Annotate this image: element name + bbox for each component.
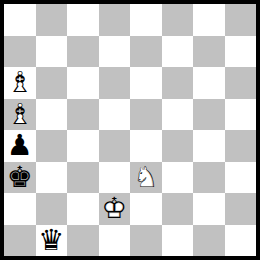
square-c3[interactable] bbox=[67, 162, 99, 194]
square-g8[interactable] bbox=[193, 4, 225, 36]
square-b8[interactable] bbox=[36, 4, 68, 36]
square-f3[interactable] bbox=[162, 162, 194, 194]
square-c5[interactable] bbox=[67, 99, 99, 131]
white-bishop-icon: ♝♗ bbox=[4, 99, 36, 131]
square-d8[interactable] bbox=[99, 4, 131, 36]
square-f6[interactable] bbox=[162, 67, 194, 99]
square-e4[interactable] bbox=[130, 130, 162, 162]
square-h5[interactable] bbox=[225, 99, 257, 131]
square-b6[interactable] bbox=[36, 67, 68, 99]
square-b3[interactable] bbox=[36, 162, 68, 194]
square-g6[interactable] bbox=[193, 67, 225, 99]
square-d1[interactable] bbox=[99, 225, 131, 257]
square-f4[interactable] bbox=[162, 130, 194, 162]
square-e2[interactable] bbox=[130, 193, 162, 225]
square-g1[interactable] bbox=[193, 225, 225, 257]
square-c8[interactable] bbox=[67, 4, 99, 36]
square-a4[interactable]: ♟ bbox=[4, 130, 36, 162]
square-c6[interactable] bbox=[67, 67, 99, 99]
square-g5[interactable] bbox=[193, 99, 225, 131]
square-d7[interactable] bbox=[99, 36, 131, 68]
square-a8[interactable] bbox=[4, 4, 36, 36]
white-bishop-icon: ♝♗ bbox=[4, 67, 36, 99]
square-b2[interactable] bbox=[36, 193, 68, 225]
square-d4[interactable] bbox=[99, 130, 131, 162]
square-h7[interactable] bbox=[225, 36, 257, 68]
square-b7[interactable] bbox=[36, 36, 68, 68]
square-h1[interactable] bbox=[225, 225, 257, 257]
square-e6[interactable] bbox=[130, 67, 162, 99]
square-a1[interactable] bbox=[4, 225, 36, 257]
square-a7[interactable] bbox=[4, 36, 36, 68]
square-c4[interactable] bbox=[67, 130, 99, 162]
square-g7[interactable] bbox=[193, 36, 225, 68]
square-f2[interactable] bbox=[162, 193, 194, 225]
square-a2[interactable] bbox=[4, 193, 36, 225]
square-g3[interactable] bbox=[193, 162, 225, 194]
square-b4[interactable] bbox=[36, 130, 68, 162]
square-e7[interactable] bbox=[130, 36, 162, 68]
black-king-icon: ♚ bbox=[4, 162, 36, 194]
square-b1[interactable]: ♛ bbox=[36, 225, 68, 257]
square-a6[interactable]: ♝♗ bbox=[4, 67, 36, 99]
square-d5[interactable] bbox=[99, 99, 131, 131]
square-d6[interactable] bbox=[99, 67, 131, 99]
board-frame: ♝♗♝♗♟♚♞♘♚♔♛ bbox=[0, 0, 260, 260]
square-h2[interactable] bbox=[225, 193, 257, 225]
square-h6[interactable] bbox=[225, 67, 257, 99]
white-knight-icon: ♞♘ bbox=[130, 162, 162, 194]
square-e1[interactable] bbox=[130, 225, 162, 257]
square-c1[interactable] bbox=[67, 225, 99, 257]
square-f5[interactable] bbox=[162, 99, 194, 131]
square-b5[interactable] bbox=[36, 99, 68, 131]
square-d2[interactable]: ♚♔ bbox=[99, 193, 131, 225]
square-f7[interactable] bbox=[162, 36, 194, 68]
white-king-icon: ♚♔ bbox=[99, 193, 131, 225]
square-a3[interactable]: ♚ bbox=[4, 162, 36, 194]
square-h8[interactable] bbox=[225, 4, 257, 36]
square-c2[interactable] bbox=[67, 193, 99, 225]
square-e8[interactable] bbox=[130, 4, 162, 36]
square-g2[interactable] bbox=[193, 193, 225, 225]
black-pawn-icon: ♟ bbox=[4, 130, 36, 162]
square-c7[interactable] bbox=[67, 36, 99, 68]
square-h4[interactable] bbox=[225, 130, 257, 162]
square-d3[interactable] bbox=[99, 162, 131, 194]
square-h3[interactable] bbox=[225, 162, 257, 194]
black-queen-icon: ♛ bbox=[36, 225, 68, 257]
square-e3[interactable]: ♞♘ bbox=[130, 162, 162, 194]
square-f8[interactable] bbox=[162, 4, 194, 36]
square-e5[interactable] bbox=[130, 99, 162, 131]
chess-board: ♝♗♝♗♟♚♞♘♚♔♛ bbox=[4, 4, 256, 256]
square-f1[interactable] bbox=[162, 225, 194, 257]
square-g4[interactable] bbox=[193, 130, 225, 162]
square-a5[interactable]: ♝♗ bbox=[4, 99, 36, 131]
